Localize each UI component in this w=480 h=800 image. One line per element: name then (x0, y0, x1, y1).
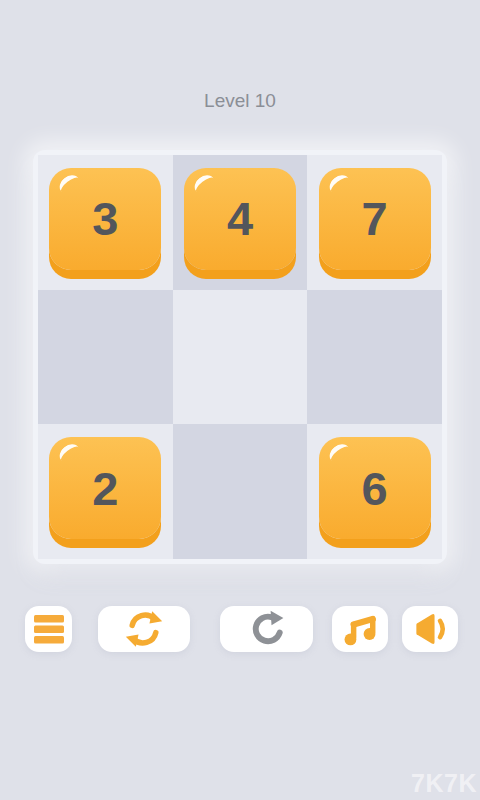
tile-gloss-highlight (56, 171, 84, 199)
tile-number: 6 (362, 461, 388, 516)
tile-6[interactable]: 6 (319, 437, 431, 539)
tile-4[interactable]: 4 (184, 168, 296, 270)
redo-arrow-icon (247, 609, 287, 649)
tile-number: 3 (92, 191, 118, 246)
menu-button[interactable] (25, 606, 72, 652)
refresh-icon (124, 609, 164, 649)
7k7k-watermark: 7K7K (411, 769, 477, 798)
music-note-icon (340, 609, 380, 649)
tile-number: 4 (227, 191, 253, 246)
board-cell-r0c0: 3 (38, 155, 173, 290)
tile-gloss-highlight (325, 440, 353, 468)
hamburger-icon (33, 613, 65, 645)
board-cell-r2c1 (173, 424, 308, 559)
restart-button[interactable] (98, 606, 190, 652)
tile-3[interactable]: 3 (49, 168, 161, 270)
game-screen: Level 10 34726 (0, 0, 480, 800)
level-label: Level 10 (0, 90, 480, 112)
tile-gloss-highlight (56, 440, 84, 468)
board-cell-r0c2: 7 (307, 155, 442, 290)
speaker-icon (410, 609, 450, 649)
music-button[interactable] (332, 606, 388, 652)
tile-2[interactable]: 2 (49, 437, 161, 539)
board-cell-r2c0: 2 (38, 424, 173, 559)
redo-button[interactable] (220, 606, 313, 652)
tile-number: 7 (362, 191, 388, 246)
board-cell-r1c1 (173, 290, 308, 425)
board-cell-r2c2: 6 (307, 424, 442, 559)
tile-7[interactable]: 7 (319, 168, 431, 270)
tile-number: 2 (92, 461, 118, 516)
sound-button[interactable] (402, 606, 458, 652)
tile-gloss-highlight (191, 171, 219, 199)
puzzle-board: 34726 (33, 150, 447, 564)
board-cell-r1c0 (38, 290, 173, 425)
tile-gloss-highlight (325, 171, 353, 199)
board-cell-r1c2 (307, 290, 442, 425)
board-cell-r0c1: 4 (173, 155, 308, 290)
